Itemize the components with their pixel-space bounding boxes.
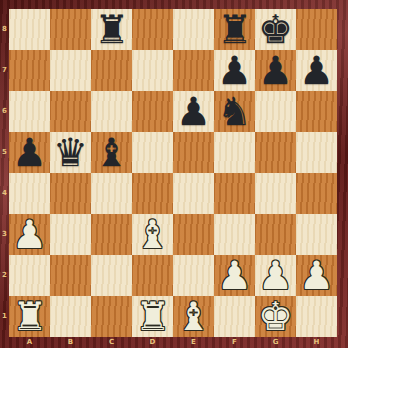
- rank-label-4: 4: [0, 173, 9, 214]
- black-knight[interactable]: ♞: [214, 91, 255, 132]
- file-label-d: D: [132, 337, 173, 348]
- square-g2[interactable]: ♟: [255, 255, 296, 296]
- square-a4[interactable]: [9, 173, 50, 214]
- square-b3[interactable]: [50, 214, 91, 255]
- square-f6[interactable]: ♞: [214, 91, 255, 132]
- square-a5[interactable]: ♟: [9, 132, 50, 173]
- black-pawn[interactable]: ♟: [296, 50, 337, 91]
- square-e7[interactable]: [173, 50, 214, 91]
- square-c8[interactable]: ♜: [91, 9, 132, 50]
- square-d5[interactable]: [132, 132, 173, 173]
- black-pawn[interactable]: ♟: [255, 50, 296, 91]
- square-h5[interactable]: [296, 132, 337, 173]
- square-d7[interactable]: [132, 50, 173, 91]
- square-f5[interactable]: [214, 132, 255, 173]
- white-pawn[interactable]: ♟: [255, 255, 296, 296]
- square-e6[interactable]: ♟: [173, 91, 214, 132]
- rank-label-7: 7: [0, 50, 9, 91]
- square-d6[interactable]: [132, 91, 173, 132]
- rank-label-2: 2: [0, 255, 9, 296]
- black-queen[interactable]: ♛: [50, 132, 91, 173]
- square-f2[interactable]: ♟: [214, 255, 255, 296]
- square-f1[interactable]: [214, 296, 255, 337]
- black-rook[interactable]: ♜: [91, 9, 132, 50]
- square-g5[interactable]: [255, 132, 296, 173]
- square-h3[interactable]: [296, 214, 337, 255]
- square-b4[interactable]: [50, 173, 91, 214]
- white-rook[interactable]: ♜: [132, 296, 173, 337]
- chess-board: ♜♜♚♟♟♟♟♞♟♛♝♟♝♟♟♟♜♜♝♚ 87654321 ABCDEFGH: [0, 0, 348, 348]
- square-f4[interactable]: [214, 173, 255, 214]
- square-h4[interactable]: [296, 173, 337, 214]
- square-h7[interactable]: ♟: [296, 50, 337, 91]
- white-pawn[interactable]: ♟: [296, 255, 337, 296]
- rank-label-3: 3: [0, 214, 9, 255]
- square-h6[interactable]: [296, 91, 337, 132]
- file-label-b: B: [50, 337, 91, 348]
- square-b2[interactable]: [50, 255, 91, 296]
- page: ♜♜♚♟♟♟♟♞♟♛♝♟♝♟♟♟♜♜♝♚ 87654321 ABCDEFGH: [0, 0, 414, 414]
- square-a8[interactable]: [9, 9, 50, 50]
- square-c6[interactable]: [91, 91, 132, 132]
- file-label-h: H: [296, 337, 337, 348]
- square-a7[interactable]: [9, 50, 50, 91]
- black-rook[interactable]: ♜: [214, 9, 255, 50]
- square-d3[interactable]: ♝: [132, 214, 173, 255]
- square-f3[interactable]: [214, 214, 255, 255]
- square-d1[interactable]: ♜: [132, 296, 173, 337]
- black-pawn[interactable]: ♟: [173, 91, 214, 132]
- black-bishop[interactable]: ♝: [91, 132, 132, 173]
- white-pawn[interactable]: ♟: [214, 255, 255, 296]
- square-h1[interactable]: [296, 296, 337, 337]
- square-h2[interactable]: ♟: [296, 255, 337, 296]
- square-a3[interactable]: ♟: [9, 214, 50, 255]
- file-label-c: C: [91, 337, 132, 348]
- square-a6[interactable]: [9, 91, 50, 132]
- square-e1[interactable]: ♝: [173, 296, 214, 337]
- square-c2[interactable]: [91, 255, 132, 296]
- black-king[interactable]: ♚: [255, 9, 296, 50]
- square-d2[interactable]: [132, 255, 173, 296]
- square-g7[interactable]: ♟: [255, 50, 296, 91]
- square-c3[interactable]: [91, 214, 132, 255]
- white-bishop[interactable]: ♝: [132, 214, 173, 255]
- rank-label-6: 6: [0, 91, 9, 132]
- square-b6[interactable]: [50, 91, 91, 132]
- square-e3[interactable]: [173, 214, 214, 255]
- rank-label-8: 8: [0, 9, 9, 50]
- square-g3[interactable]: [255, 214, 296, 255]
- square-h8[interactable]: [296, 9, 337, 50]
- file-label-a: A: [9, 337, 50, 348]
- black-pawn[interactable]: ♟: [214, 50, 255, 91]
- square-f8[interactable]: ♜: [214, 9, 255, 50]
- black-pawn[interactable]: ♟: [9, 132, 50, 173]
- white-rook[interactable]: ♜: [9, 296, 50, 337]
- rank-label-5: 5: [0, 132, 9, 173]
- square-b8[interactable]: [50, 9, 91, 50]
- square-c7[interactable]: [91, 50, 132, 91]
- square-a1[interactable]: ♜: [9, 296, 50, 337]
- square-e2[interactable]: [173, 255, 214, 296]
- square-g6[interactable]: [255, 91, 296, 132]
- square-e5[interactable]: [173, 132, 214, 173]
- white-king[interactable]: ♚: [255, 296, 296, 337]
- square-g4[interactable]: [255, 173, 296, 214]
- square-d8[interactable]: [132, 9, 173, 50]
- square-c4[interactable]: [91, 173, 132, 214]
- rank-label-1: 1: [0, 296, 9, 337]
- file-label-g: G: [255, 337, 296, 348]
- file-label-f: F: [214, 337, 255, 348]
- square-f7[interactable]: ♟: [214, 50, 255, 91]
- square-e8[interactable]: [173, 9, 214, 50]
- square-b1[interactable]: [50, 296, 91, 337]
- square-b7[interactable]: [50, 50, 91, 91]
- square-g8[interactable]: ♚: [255, 9, 296, 50]
- square-d4[interactable]: [132, 173, 173, 214]
- white-bishop[interactable]: ♝: [173, 296, 214, 337]
- square-a2[interactable]: [9, 255, 50, 296]
- board-squares: ♜♜♚♟♟♟♟♞♟♛♝♟♝♟♟♟♜♜♝♚: [9, 9, 337, 337]
- square-b5[interactable]: ♛: [50, 132, 91, 173]
- square-e4[interactable]: [173, 173, 214, 214]
- square-c5[interactable]: ♝: [91, 132, 132, 173]
- square-g1[interactable]: ♚: [255, 296, 296, 337]
- white-pawn[interactable]: ♟: [9, 214, 50, 255]
- file-label-e: E: [173, 337, 214, 348]
- square-c1[interactable]: [91, 296, 132, 337]
